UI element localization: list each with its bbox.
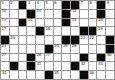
black-cell [97,10,105,18]
clue-number: 15 [72,18,77,22]
white-cell[interactable] [62,62,70,70]
white-cell[interactable] [10,45,18,53]
white-cell[interactable] [19,45,27,53]
black-cell [106,36,114,44]
white-cell[interactable]: 36 [89,71,97,79]
white-cell[interactable] [54,19,62,27]
white-cell[interactable] [62,71,70,79]
white-cell[interactable]: 3 [27,1,35,9]
white-cell[interactable] [62,54,70,62]
white-cell[interactable]: 24 [54,45,62,53]
black-cell [80,27,88,35]
clue-number: 9 [107,1,109,5]
white-cell[interactable] [19,36,27,44]
clue-number: 7 [80,1,82,5]
black-cell [89,27,97,35]
clue-number: 19 [98,27,103,31]
white-cell[interactable] [10,71,18,79]
white-cell[interactable] [89,19,97,27]
black-cell [62,10,70,18]
black-cell [97,1,105,9]
white-cell[interactable]: 7 [80,1,88,9]
white-cell[interactable] [89,10,97,18]
white-cell[interactable]: 21 [80,36,88,44]
clue-number: 27 [2,53,7,57]
white-cell[interactable] [45,19,53,27]
clue-number: 34 [2,71,7,75]
black-cell [71,36,79,44]
white-cell[interactable]: 31 [36,62,44,70]
white-cell[interactable] [45,36,53,44]
clue-number: 3 [28,1,30,5]
white-cell[interactable]: 30 [106,54,114,62]
white-cell[interactable] [36,36,44,44]
black-cell [80,54,88,62]
black-cell [27,10,35,18]
black-cell [10,62,18,70]
white-cell[interactable] [106,19,114,27]
crossword-board: 1234567891011121314151617181920212223242… [0,0,115,80]
white-cell[interactable] [54,62,62,70]
clue-number: 10 [2,9,7,13]
white-cell[interactable]: 4 [36,1,44,9]
white-cell[interactable] [71,71,79,79]
white-cell[interactable] [62,27,70,35]
white-cell[interactable] [97,45,105,53]
white-cell[interactable] [10,54,18,62]
clue-number: 1 [2,1,4,5]
white-cell[interactable] [19,10,27,18]
white-cell[interactable] [27,27,35,35]
white-cell[interactable]: 26 [71,45,79,53]
black-cell [1,36,9,44]
clue-number: 14 [28,18,33,22]
white-cell[interactable]: 23 [1,45,9,53]
white-cell[interactable]: 28 [36,54,44,62]
clue-number: 18 [45,27,50,31]
white-cell[interactable]: 13 [1,19,9,27]
black-cell [36,27,44,35]
white-cell[interactable]: 18 [45,27,53,35]
white-cell[interactable] [106,71,114,79]
white-cell[interactable] [27,71,35,79]
clue-number: 17 [2,27,7,31]
white-cell[interactable]: 35 [54,71,62,79]
white-cell[interactable]: 20 [10,36,18,44]
white-cell[interactable] [97,71,105,79]
white-cell[interactable] [54,36,62,44]
white-cell[interactable]: 2 [10,1,18,9]
black-cell [71,1,79,9]
white-cell[interactable] [106,62,114,70]
white-cell[interactable] [27,45,35,53]
white-cell[interactable] [97,36,105,44]
white-cell[interactable]: 34 [1,71,9,79]
clue-number: 25 [63,44,68,48]
black-cell [80,71,88,79]
white-cell[interactable] [71,54,79,62]
white-cell[interactable]: 5 [45,1,53,9]
clue-number: 29 [45,53,50,57]
white-cell[interactable] [54,27,62,35]
white-cell[interactable] [45,10,53,18]
white-cell[interactable] [36,71,44,79]
clue-number: 20 [10,36,15,40]
white-cell[interactable] [36,45,44,53]
white-cell[interactable]: 11 [36,10,44,18]
white-cell[interactable] [10,19,18,27]
white-cell[interactable]: 15 [71,19,79,27]
white-cell[interactable] [89,54,97,62]
clue-number: 26 [72,44,77,48]
clue-number: 13 [2,18,7,22]
black-cell [27,62,35,70]
white-cell[interactable] [10,10,18,18]
white-cell[interactable]: 22 [89,36,97,44]
white-cell[interactable] [80,10,88,18]
white-cell[interactable]: 10 [1,10,9,18]
clue-number: 16 [98,18,103,22]
black-cell [19,19,27,27]
black-cell [27,54,35,62]
white-cell[interactable] [10,27,18,35]
clue-number: 23 [2,44,7,48]
clue-number: 36 [89,71,94,75]
white-cell[interactable]: 27 [1,54,9,62]
clue-number: 21 [80,36,85,40]
clue-number: 4 [37,1,39,5]
white-cell[interactable]: 1 [1,1,9,9]
white-cell[interactable]: 32 [80,62,88,70]
white-cell[interactable] [45,62,53,70]
white-cell[interactable] [19,62,27,70]
clue-number: 24 [54,44,59,48]
black-cell [62,36,70,44]
white-cell[interactable]: 12 [71,10,79,18]
clue-number: 5 [45,1,47,5]
white-cell[interactable]: 17 [1,27,9,35]
clue-number: 22 [89,36,94,40]
white-cell[interactable] [19,27,27,35]
clue-number: 2 [10,1,12,5]
black-cell [45,71,53,79]
white-cell[interactable] [89,45,97,53]
white-cell[interactable] [89,62,97,70]
white-cell[interactable] [106,27,114,35]
white-cell[interactable]: 8 [89,1,97,9]
white-cell[interactable] [36,19,44,27]
clue-number: 30 [107,53,112,57]
clue-number: 11 [37,9,42,13]
black-cell [106,45,114,53]
clue-number: 35 [54,71,59,75]
clue-number: 28 [37,53,42,57]
white-cell[interactable] [19,54,27,62]
white-cell[interactable] [80,19,88,27]
white-cell[interactable] [54,10,62,18]
white-cell[interactable] [27,36,35,44]
clue-number: 31 [37,62,42,66]
clue-number: 33 [98,62,103,66]
clue-number: 8 [89,1,91,5]
white-cell[interactable] [106,10,114,18]
white-cell[interactable]: 16 [97,19,105,27]
black-cell [45,45,53,53]
white-cell[interactable]: 6 [54,1,62,9]
black-cell [19,1,27,9]
clue-number: 12 [72,9,77,13]
white-cell[interactable] [54,54,62,62]
white-cell[interactable] [19,71,27,79]
black-cell [62,1,70,9]
white-cell[interactable]: 19 [97,27,105,35]
white-cell[interactable]: 25 [62,45,70,53]
white-cell[interactable]: 14 [27,19,35,27]
clue-number: 6 [54,1,56,5]
black-cell [71,62,79,70]
white-cell[interactable]: 29 [45,54,53,62]
white-cell[interactable]: 33 [97,62,105,70]
black-cell [97,54,105,62]
black-cell [62,19,70,27]
clue-number: 32 [80,62,85,66]
white-cell[interactable] [1,62,9,70]
white-cell[interactable] [71,27,79,35]
white-cell[interactable] [80,45,88,53]
white-cell[interactable]: 9 [106,1,114,9]
